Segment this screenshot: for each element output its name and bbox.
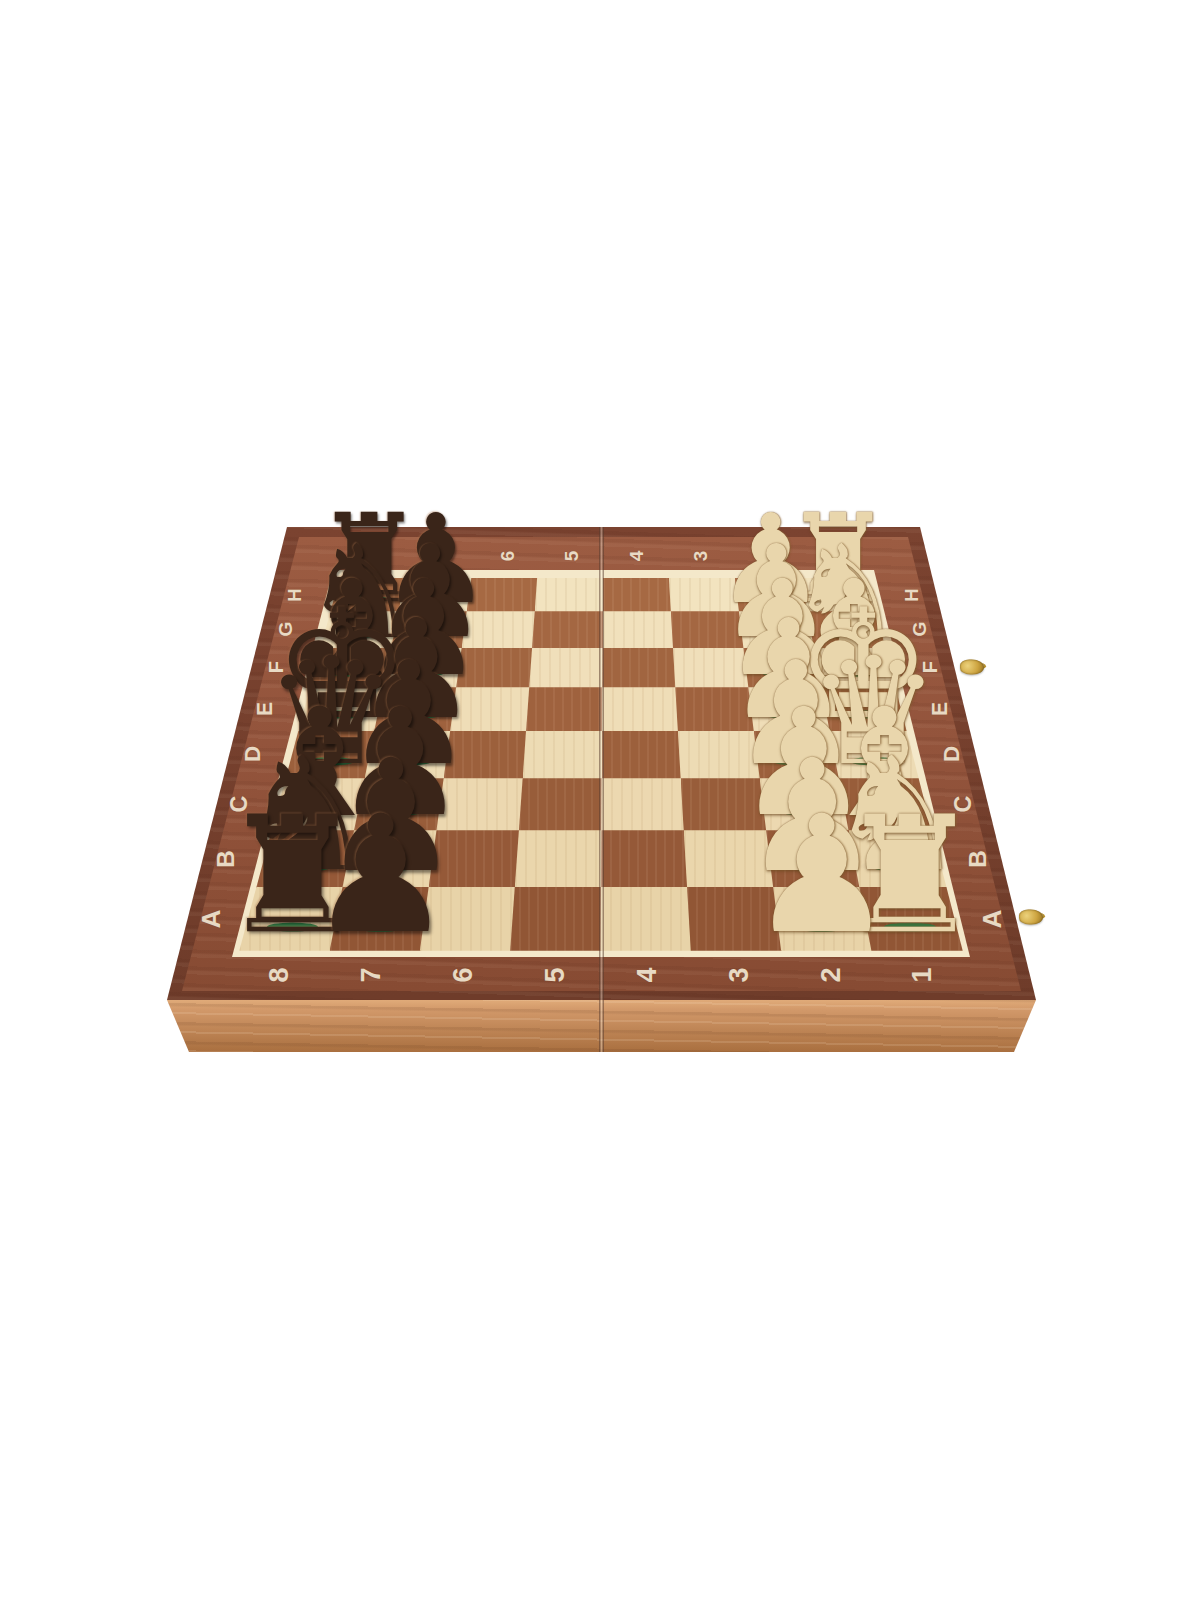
board-square[interactable]	[603, 578, 672, 612]
board-square[interactable]	[519, 778, 603, 831]
black-pawn-icon: ♟	[308, 794, 453, 956]
board-square[interactable]	[532, 611, 604, 648]
rank-label-far: 4	[626, 551, 645, 562]
board-square[interactable]	[526, 687, 603, 731]
board-square[interactable]	[515, 830, 603, 888]
rank-label-near: 3	[725, 967, 752, 982]
board-square[interactable]	[601, 778, 684, 831]
rank-label-far: 5	[562, 551, 581, 562]
board-square[interactable]	[510, 887, 602, 951]
rank-label-near: 1	[909, 967, 936, 982]
piece-black-pawn[interactable]: ♟	[308, 794, 453, 930]
product-photo: 8765432187654321HHGGFFEEDDCCBBAA ♜♞♝♚♛♝♞…	[0, 0, 1200, 1600]
board-square[interactable]	[600, 887, 691, 951]
board-square[interactable]	[523, 731, 603, 779]
fold-seam-line	[599, 527, 604, 1052]
white-pawn-icon: ♟	[749, 794, 894, 956]
board-square[interactable]	[603, 611, 674, 648]
rank-label-near: 8	[266, 967, 293, 982]
rank-label-near: 6	[449, 967, 476, 982]
board-square[interactable]	[535, 578, 604, 612]
board-square[interactable]	[602, 648, 676, 689]
brass-latch[interactable]	[960, 660, 984, 675]
rank-label-near: 4	[633, 967, 660, 982]
file-label-right: A	[979, 909, 1005, 928]
rank-label-near: 5	[541, 967, 568, 982]
rank-label-near: 7	[358, 967, 385, 982]
board-square[interactable]	[602, 731, 682, 779]
board-square[interactable]	[601, 830, 688, 888]
rank-label-far: 6	[497, 551, 516, 562]
brass-latch[interactable]	[1019, 910, 1043, 925]
piece-white-pawn[interactable]: ♟	[749, 794, 894, 930]
board-square[interactable]	[602, 687, 679, 731]
rank-label-near: 2	[817, 967, 844, 982]
board-square[interactable]	[529, 648, 603, 689]
rank-label-far: 3	[691, 551, 710, 562]
